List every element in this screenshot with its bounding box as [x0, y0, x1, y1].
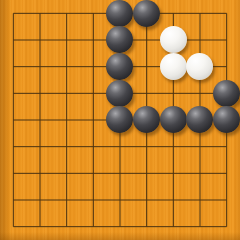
white-stone[interactable] [160, 53, 187, 80]
black-stone[interactable] [106, 106, 133, 133]
black-stone[interactable] [213, 106, 240, 133]
stones-layer [0, 0, 240, 240]
black-stone[interactable] [133, 106, 160, 133]
black-stone[interactable] [106, 26, 133, 53]
black-stone[interactable] [160, 106, 187, 133]
black-stone[interactable] [133, 0, 160, 27]
black-stone[interactable] [106, 80, 133, 107]
white-stone[interactable] [186, 53, 213, 80]
black-stone[interactable] [106, 53, 133, 80]
black-stone[interactable] [106, 0, 133, 27]
white-stone[interactable] [160, 26, 187, 53]
black-stone[interactable] [186, 106, 213, 133]
black-stone[interactable] [213, 80, 240, 107]
go-board[interactable] [0, 0, 240, 240]
